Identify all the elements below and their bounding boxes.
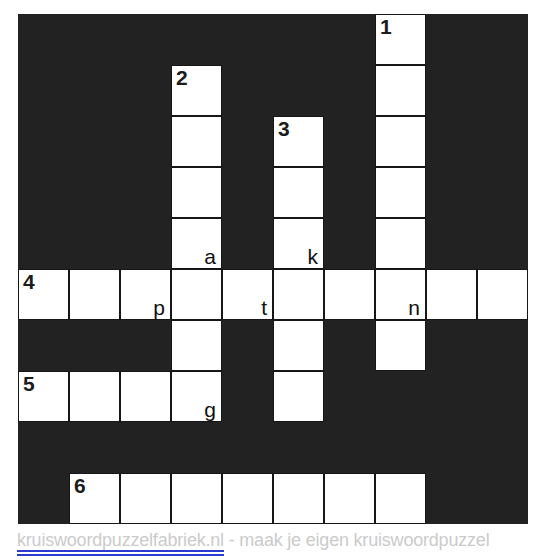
black-cell [477,218,528,269]
black-cell [18,116,69,167]
white-cell[interactable] [273,167,324,218]
crossword-page: 123ak4ptn5g6 kruiswoordpuzzelfabriek.nl … [0,0,546,560]
black-cell [273,14,324,65]
black-cell [324,320,375,371]
black-cell [222,167,273,218]
black-cell [477,167,528,218]
white-cell[interactable] [273,269,324,320]
black-cell [120,65,171,116]
clue-number: 6 [74,474,86,498]
black-cell [222,14,273,65]
black-cell [18,167,69,218]
black-cell [18,422,69,473]
black-cell [69,320,120,371]
white-cell[interactable] [273,473,324,524]
clue-number: 2 [176,66,188,90]
clue-number: 5 [23,372,35,396]
black-cell [324,14,375,65]
black-cell [273,65,324,116]
black-cell [222,422,273,473]
white-cell[interactable]: 4 [18,269,69,320]
clue-number: 1 [380,15,392,39]
footer-site-link[interactable]: kruiswoordpuzzelfabriek.nl [17,530,224,556]
black-cell [375,422,426,473]
white-cell[interactable] [222,473,273,524]
white-cell[interactable] [375,167,426,218]
white-cell[interactable] [171,116,222,167]
black-cell [477,320,528,371]
black-cell [120,116,171,167]
black-cell [426,422,477,473]
white-cell[interactable] [273,320,324,371]
white-cell[interactable] [120,371,171,422]
black-cell [222,116,273,167]
white-cell[interactable] [171,167,222,218]
black-cell [222,320,273,371]
white-cell[interactable]: p [120,269,171,320]
given-letter: n [408,296,420,319]
white-cell[interactable]: g [171,371,222,422]
black-cell [69,422,120,473]
white-cell[interactable] [375,473,426,524]
white-cell[interactable]: k [273,218,324,269]
white-cell[interactable]: 5 [18,371,69,422]
black-cell [477,473,528,524]
white-cell[interactable] [477,269,528,320]
white-cell[interactable] [426,269,477,320]
white-cell[interactable] [324,269,375,320]
white-cell[interactable]: 6 [69,473,120,524]
black-cell [324,218,375,269]
white-cell[interactable] [273,371,324,422]
black-cell [477,371,528,422]
black-cell [426,218,477,269]
black-cell [426,371,477,422]
black-cell [477,422,528,473]
footer-tagline: - maak je eigen kruiswoordpuzzel [224,530,490,550]
black-cell [69,116,120,167]
white-cell[interactable]: a [171,218,222,269]
white-cell[interactable] [171,269,222,320]
black-cell [426,320,477,371]
given-letter: a [204,245,216,268]
black-cell [120,167,171,218]
white-cell[interactable] [171,473,222,524]
black-cell [171,14,222,65]
black-cell [120,320,171,371]
white-cell[interactable]: 2 [171,65,222,116]
black-cell [120,218,171,269]
white-cell[interactable] [375,218,426,269]
black-cell [69,167,120,218]
white-cell[interactable] [324,473,375,524]
white-cell[interactable] [69,269,120,320]
black-cell [477,116,528,167]
given-letter: t [261,296,267,319]
black-cell [222,218,273,269]
white-cell[interactable]: n [375,269,426,320]
white-cell[interactable] [375,65,426,116]
black-cell [426,14,477,65]
black-cell [426,167,477,218]
white-cell[interactable]: t [222,269,273,320]
black-cell [18,218,69,269]
clue-number: 3 [278,117,290,141]
black-cell [18,65,69,116]
white-cell[interactable] [375,116,426,167]
white-cell[interactable] [120,473,171,524]
white-cell[interactable] [375,320,426,371]
black-cell [324,167,375,218]
crossword-board: 123ak4ptn5g6 [18,14,528,524]
black-cell [324,371,375,422]
black-cell [426,65,477,116]
black-cell [324,65,375,116]
black-cell [375,371,426,422]
black-cell [426,116,477,167]
black-cell [69,218,120,269]
white-cell[interactable] [171,320,222,371]
black-cell [477,65,528,116]
black-cell [69,14,120,65]
white-cell[interactable] [69,371,120,422]
black-cell [324,116,375,167]
black-cell [120,14,171,65]
black-cell [324,422,375,473]
given-letter: g [204,398,216,421]
black-cell [222,65,273,116]
white-cell[interactable]: 1 [375,14,426,65]
given-letter: p [153,296,165,319]
white-cell[interactable]: 3 [273,116,324,167]
clue-number: 4 [23,270,35,294]
given-letter: k [308,245,319,268]
black-cell [69,65,120,116]
black-cell [171,422,222,473]
black-cell [273,422,324,473]
black-cell [477,14,528,65]
black-cell [120,422,171,473]
black-cell [18,320,69,371]
black-cell [18,473,69,524]
black-cell [426,473,477,524]
footer-credit: kruiswoordpuzzelfabriek.nl - maak je eig… [17,530,537,551]
black-cell [222,371,273,422]
black-cell [18,14,69,65]
